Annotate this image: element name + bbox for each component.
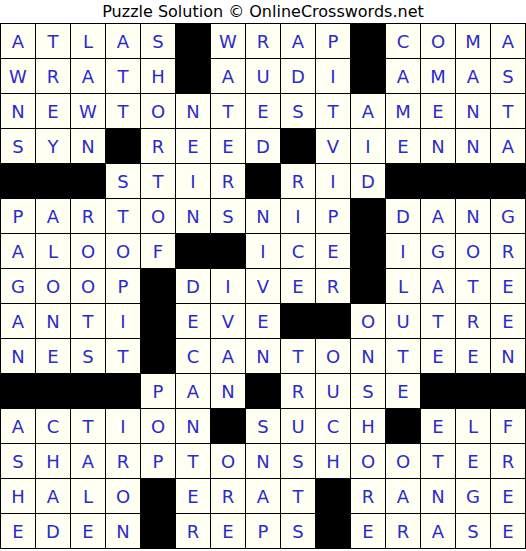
letter-cell: E — [456, 339, 491, 374]
letter-cell: T — [106, 59, 141, 94]
letter-cell: N — [421, 129, 456, 164]
letter-cell: E — [491, 514, 526, 549]
black-cell — [176, 24, 211, 59]
letter-cell: F — [141, 234, 176, 269]
letter-cell: A — [71, 444, 106, 479]
letter-cell: W — [1, 59, 36, 94]
letter-cell: A — [281, 24, 316, 59]
letter-cell: A — [1, 304, 36, 339]
black-cell — [316, 514, 351, 549]
letter-cell: E — [316, 234, 351, 269]
letter-cell: A — [246, 479, 281, 514]
letter-cell: N — [351, 339, 386, 374]
letter-cell: E — [456, 444, 491, 479]
letter-cell: E — [176, 129, 211, 164]
letter-cell: A — [211, 59, 246, 94]
black-cell — [1, 374, 36, 409]
letter-cell: A — [421, 269, 456, 304]
letter-cell: O — [351, 304, 386, 339]
black-cell — [316, 304, 351, 339]
letter-cell: L — [36, 234, 71, 269]
letter-cell: I — [316, 59, 351, 94]
letter-cell: N — [1, 94, 36, 129]
black-cell — [491, 374, 526, 409]
black-cell — [176, 234, 211, 269]
letter-cell: R — [36, 59, 71, 94]
letter-cell: H — [1, 479, 36, 514]
black-cell — [246, 374, 281, 409]
letter-cell: P — [316, 199, 351, 234]
black-cell — [456, 374, 491, 409]
letter-cell: G — [1, 269, 36, 304]
letter-cell: N — [456, 129, 491, 164]
letter-cell: N — [491, 339, 526, 374]
letter-cell: S — [1, 444, 36, 479]
letter-cell: P — [316, 24, 351, 59]
letter-cell: N — [211, 374, 246, 409]
letter-cell: D — [246, 129, 281, 164]
letter-cell: D — [176, 269, 211, 304]
letter-cell: N — [456, 94, 491, 129]
letter-cell: S — [351, 374, 386, 409]
black-cell — [141, 479, 176, 514]
letter-cell: Y — [36, 129, 71, 164]
letter-cell: L — [386, 269, 421, 304]
letter-cell: S — [71, 339, 106, 374]
letter-cell: A — [386, 479, 421, 514]
letter-cell: T — [211, 94, 246, 129]
black-cell — [106, 374, 141, 409]
letter-cell: M — [386, 94, 421, 129]
letter-cell: I — [106, 304, 141, 339]
letter-cell: A — [456, 59, 491, 94]
black-cell — [421, 164, 456, 199]
black-cell — [36, 374, 71, 409]
letter-cell: N — [1, 339, 36, 374]
black-cell — [421, 374, 456, 409]
letter-cell: A — [491, 129, 526, 164]
letter-cell: E — [246, 304, 281, 339]
letter-cell: C — [36, 409, 71, 444]
letter-cell: A — [421, 514, 456, 549]
letter-cell: A — [421, 199, 456, 234]
letter-cell: S — [281, 444, 316, 479]
letter-cell: R — [106, 444, 141, 479]
letter-cell: A — [1, 24, 36, 59]
letter-cell: A — [36, 199, 71, 234]
black-cell — [141, 269, 176, 304]
letter-cell: I — [211, 269, 246, 304]
letter-cell: R — [351, 479, 386, 514]
letter-cell: T — [71, 304, 106, 339]
letter-cell: I — [316, 164, 351, 199]
letter-cell: L — [71, 24, 106, 59]
letter-cell: E — [421, 94, 456, 129]
letter-cell: M — [456, 24, 491, 59]
black-cell — [71, 374, 106, 409]
letter-cell: N — [246, 339, 281, 374]
letter-cell: S — [281, 514, 316, 549]
letter-cell: O — [456, 234, 491, 269]
letter-cell: R — [141, 129, 176, 164]
letter-cell: I — [106, 409, 141, 444]
black-cell — [211, 409, 246, 444]
letter-cell: G — [456, 479, 491, 514]
black-cell — [176, 59, 211, 94]
letter-cell: A — [1, 409, 36, 444]
black-cell — [351, 24, 386, 59]
letter-cell: O — [351, 444, 386, 479]
letter-cell: O — [141, 409, 176, 444]
letter-cell: V — [246, 269, 281, 304]
letter-cell: I — [351, 129, 386, 164]
letter-cell: A — [36, 479, 71, 514]
letter-cell: E — [176, 304, 211, 339]
letter-cell: P — [106, 269, 141, 304]
letter-cell: E — [1, 514, 36, 549]
black-cell — [141, 339, 176, 374]
letter-cell: R — [491, 444, 526, 479]
letter-cell: E — [176, 479, 211, 514]
black-cell — [211, 234, 246, 269]
letter-cell: S — [491, 59, 526, 94]
letter-cell: D — [281, 59, 316, 94]
letter-cell: E — [386, 129, 421, 164]
letter-cell: S — [141, 24, 176, 59]
letter-cell: E — [491, 269, 526, 304]
letter-cell: S — [456, 514, 491, 549]
letter-cell: F — [491, 409, 526, 444]
black-cell — [281, 304, 316, 339]
letter-cell: N — [421, 479, 456, 514]
letter-cell: W — [211, 24, 246, 59]
letter-cell: N — [36, 304, 71, 339]
letter-cell: P — [141, 444, 176, 479]
letter-cell: R — [456, 304, 491, 339]
black-cell — [456, 164, 491, 199]
black-cell — [491, 164, 526, 199]
letter-cell: E — [351, 514, 386, 549]
letter-cell: O — [421, 24, 456, 59]
letter-cell: I — [386, 234, 421, 269]
letter-cell: T — [421, 304, 456, 339]
letter-cell: T — [71, 409, 106, 444]
letter-cell: T — [141, 164, 176, 199]
letter-cell: A — [351, 94, 386, 129]
letter-cell: U — [281, 409, 316, 444]
black-cell — [36, 164, 71, 199]
letter-cell: D — [386, 199, 421, 234]
letter-cell: S — [246, 409, 281, 444]
letter-cell: P — [141, 374, 176, 409]
letter-cell: U — [316, 374, 351, 409]
letter-cell: A — [491, 24, 526, 59]
letter-cell: V — [316, 129, 351, 164]
letter-cell: R — [491, 234, 526, 269]
letter-cell: E — [71, 514, 106, 549]
letter-cell: A — [106, 24, 141, 59]
letter-cell: T — [36, 24, 71, 59]
letter-cell: O — [141, 199, 176, 234]
letter-cell: H — [351, 409, 386, 444]
letter-cell: P — [1, 199, 36, 234]
letter-cell: E — [36, 339, 71, 374]
letter-cell: S — [1, 129, 36, 164]
letter-cell: G — [421, 234, 456, 269]
black-cell — [106, 129, 141, 164]
letter-cell: U — [386, 304, 421, 339]
letter-cell: R — [71, 199, 106, 234]
letter-cell: N — [176, 94, 211, 129]
letter-cell: R — [281, 164, 316, 199]
letter-cell: T — [386, 339, 421, 374]
letter-cell: E — [491, 479, 526, 514]
letter-cell: C — [176, 339, 211, 374]
black-cell — [281, 129, 316, 164]
letter-cell: E — [246, 94, 281, 129]
letter-cell: T — [106, 94, 141, 129]
letter-cell: V — [211, 304, 246, 339]
letter-cell: T — [106, 199, 141, 234]
black-cell — [386, 409, 421, 444]
letter-cell: R — [316, 269, 351, 304]
letter-cell: O — [316, 339, 351, 374]
letter-cell: R — [211, 479, 246, 514]
letter-cell: I — [246, 234, 281, 269]
letter-cell: E — [421, 409, 456, 444]
letter-cell: O — [106, 234, 141, 269]
letter-cell: E — [281, 269, 316, 304]
crossword-grid: ATLASWRAPCOMAWRATHAUDIAMASNEWTONTESTAMEN… — [0, 23, 526, 549]
letter-cell: N — [176, 409, 211, 444]
letter-cell: E — [421, 339, 456, 374]
letter-cell: P — [246, 514, 281, 549]
letter-cell: N — [71, 129, 106, 164]
letter-cell: O — [106, 479, 141, 514]
letter-cell: G — [491, 199, 526, 234]
letter-cell: I — [281, 199, 316, 234]
letter-cell: T — [316, 94, 351, 129]
letter-cell: E — [211, 129, 246, 164]
letter-cell: T — [281, 479, 316, 514]
page-title: Puzzle Solution © OnlineCrosswords.net — [0, 0, 526, 23]
letter-cell: N — [456, 199, 491, 234]
letter-cell: A — [211, 339, 246, 374]
letter-cell: H — [316, 444, 351, 479]
letter-cell: O — [71, 234, 106, 269]
letter-cell: R — [176, 514, 211, 549]
black-cell — [1, 164, 36, 199]
letter-cell: L — [71, 479, 106, 514]
letter-cell: I — [176, 164, 211, 199]
letter-cell: R — [386, 514, 421, 549]
letter-cell: A — [1, 234, 36, 269]
letter-cell: E — [36, 94, 71, 129]
letter-cell: N — [246, 444, 281, 479]
letter-cell: E — [386, 374, 421, 409]
letter-cell: R — [211, 164, 246, 199]
black-cell — [141, 514, 176, 549]
letter-cell: R — [246, 24, 281, 59]
letter-cell: T — [421, 444, 456, 479]
letter-cell: S — [106, 164, 141, 199]
letter-cell: H — [141, 59, 176, 94]
black-cell — [351, 199, 386, 234]
letter-cell: U — [246, 59, 281, 94]
letter-cell: T — [491, 94, 526, 129]
black-cell — [246, 164, 281, 199]
letter-cell: T — [176, 444, 211, 479]
letter-cell: N — [106, 514, 141, 549]
letter-cell: A — [71, 59, 106, 94]
letter-cell: O — [386, 444, 421, 479]
letter-cell: W — [71, 94, 106, 129]
black-cell — [351, 234, 386, 269]
letter-cell: C — [316, 409, 351, 444]
letter-cell: O — [71, 269, 106, 304]
letter-cell: H — [36, 444, 71, 479]
black-cell — [71, 164, 106, 199]
black-cell — [141, 304, 176, 339]
letter-cell: N — [176, 199, 211, 234]
puzzle-solution-page: Puzzle Solution © OnlineCrosswords.net A… — [0, 0, 526, 551]
letter-cell: R — [281, 374, 316, 409]
letter-cell: M — [421, 59, 456, 94]
black-cell — [386, 164, 421, 199]
letter-cell: C — [386, 24, 421, 59]
letter-cell: O — [141, 94, 176, 129]
letter-cell: E — [211, 514, 246, 549]
letter-cell: A — [386, 59, 421, 94]
black-cell — [351, 269, 386, 304]
letter-cell: T — [106, 339, 141, 374]
letter-cell: D — [351, 164, 386, 199]
letter-cell: T — [456, 269, 491, 304]
letter-cell: N — [246, 199, 281, 234]
letter-cell: L — [456, 409, 491, 444]
letter-cell: D — [36, 514, 71, 549]
letter-cell: T — [281, 339, 316, 374]
letter-cell: O — [211, 444, 246, 479]
letter-cell: C — [281, 234, 316, 269]
letter-cell: E — [491, 304, 526, 339]
letter-cell: O — [36, 269, 71, 304]
letter-cell: S — [211, 199, 246, 234]
letter-cell: A — [176, 374, 211, 409]
black-cell — [351, 59, 386, 94]
letter-cell: S — [281, 94, 316, 129]
black-cell — [316, 479, 351, 514]
